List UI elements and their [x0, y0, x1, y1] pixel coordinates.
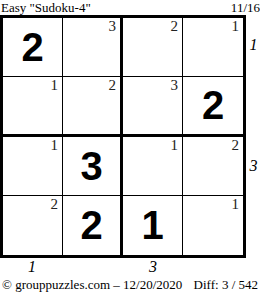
- col-label-bottom-3: 3: [122, 259, 184, 275]
- corner-clue: 1: [232, 197, 240, 213]
- cell-value: 3: [80, 146, 102, 186]
- corner-clue: 1: [232, 19, 240, 35]
- cell-r4c1[interactable]: 2: [3, 196, 63, 255]
- cell-r1c2[interactable]: 3: [63, 18, 123, 77]
- puzzle-page: Easy "Sudoku-4" 11/16 2321123213122211 1…: [0, 0, 260, 294]
- corner-clue: 1: [51, 138, 59, 154]
- cell-r3c4[interactable]: 2: [183, 137, 243, 196]
- page-title: Easy "Sudoku-4": [1, 1, 91, 14]
- cell-r2c2[interactable]: 2: [63, 77, 123, 136]
- corner-clue: 3: [109, 19, 117, 35]
- corner-clue: 3: [171, 78, 179, 94]
- corner-clue: 2: [171, 19, 179, 35]
- page-number: 11/16: [231, 1, 260, 14]
- cell-value: 2: [80, 205, 102, 245]
- corner-clue: 2: [109, 78, 117, 94]
- cell-r2c1[interactable]: 1: [3, 77, 63, 136]
- corner-clue: 2: [51, 197, 59, 213]
- cell-r1c4[interactable]: 1: [183, 18, 243, 77]
- cell-r2c4: 2: [183, 77, 243, 136]
- col-label-bottom-1: 1: [0, 259, 64, 275]
- corner-clue: 1: [171, 138, 179, 154]
- row-label-right-3: 3: [247, 151, 260, 181]
- corner-clue: 2: [232, 138, 240, 154]
- cell-r3c2: 3: [63, 137, 123, 196]
- cell-r4c3: 1: [123, 196, 183, 255]
- cell-value: 2: [202, 85, 224, 125]
- cell-r1c1: 2: [3, 18, 63, 77]
- cell-r3c1[interactable]: 1: [3, 137, 63, 196]
- sudoku-grid: 2321123213122211: [0, 15, 246, 258]
- cell-r4c4[interactable]: 1: [183, 196, 243, 255]
- cell-value: 2: [21, 27, 43, 67]
- cell-value: 1: [141, 205, 163, 245]
- footer-difficulty: Diff: 3 / 542: [194, 277, 258, 293]
- footer-copyright: © grouppuzzles.com – 12/20/2020: [2, 277, 182, 293]
- cell-r3c3[interactable]: 1: [123, 137, 183, 196]
- cell-r2c3[interactable]: 3: [123, 77, 183, 136]
- row-label-right-1: 1: [247, 30, 260, 60]
- cell-r4c2: 2: [63, 196, 123, 255]
- cell-r1c3[interactable]: 2: [123, 18, 183, 77]
- corner-clue: 1: [51, 78, 59, 94]
